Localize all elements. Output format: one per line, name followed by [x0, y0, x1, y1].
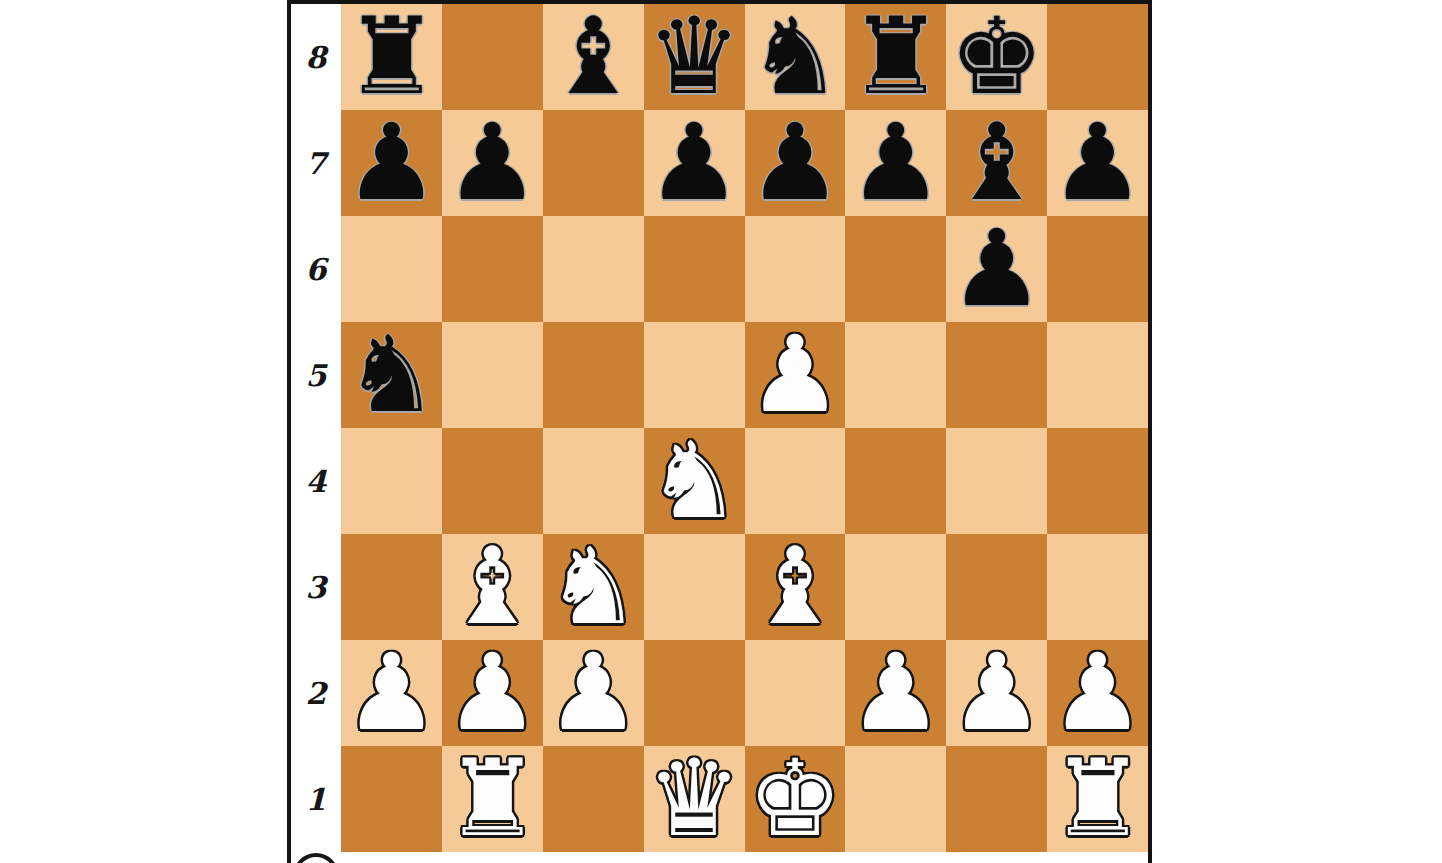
square-b5[interactable] — [442, 322, 543, 428]
square-f3[interactable] — [845, 534, 946, 640]
square-c4[interactable] — [543, 428, 644, 534]
square-d1[interactable]: ♛ — [644, 746, 745, 852]
square-a3[interactable] — [341, 534, 442, 640]
square-b4[interactable] — [442, 428, 543, 534]
square-c2[interactable]: ♟ — [543, 640, 644, 746]
square-d5[interactable] — [644, 322, 745, 428]
white-to-move-indicator — [293, 853, 339, 863]
square-h4[interactable] — [1047, 428, 1148, 534]
square-f1[interactable] — [845, 746, 946, 852]
square-c1[interactable] — [543, 746, 644, 852]
piece-white-pawn[interactable]: ♟ — [1050, 640, 1145, 746]
square-e3[interactable]: ♝ — [745, 534, 846, 640]
square-e4[interactable] — [745, 428, 846, 534]
file-label-f: f — [845, 852, 946, 863]
square-c6[interactable] — [543, 216, 644, 322]
piece-black-pawn[interactable]: ♟ — [747, 110, 842, 216]
piece-white-knight[interactable]: ♞ — [647, 428, 742, 534]
square-f8[interactable]: ♜ — [845, 4, 946, 110]
square-b2[interactable]: ♟ — [442, 640, 543, 746]
square-d2[interactable] — [644, 640, 745, 746]
square-c5[interactable] — [543, 322, 644, 428]
square-a2[interactable]: ♟ — [341, 640, 442, 746]
square-d7[interactable]: ♟ — [644, 110, 745, 216]
piece-black-pawn[interactable]: ♟ — [344, 110, 439, 216]
piece-white-knight[interactable]: ♞ — [546, 534, 641, 640]
file-label-b: b — [442, 852, 543, 863]
square-d8[interactable]: ♛ — [644, 4, 745, 110]
square-g1[interactable] — [946, 746, 1047, 852]
square-h7[interactable]: ♟ — [1047, 110, 1148, 216]
square-a6[interactable] — [341, 216, 442, 322]
piece-white-pawn[interactable]: ♟ — [949, 640, 1044, 746]
square-b8[interactable] — [442, 4, 543, 110]
piece-white-pawn[interactable]: ♟ — [445, 640, 540, 746]
square-g7[interactable]: ♝ — [946, 110, 1047, 216]
file-label-e: e — [745, 852, 846, 863]
file-label-h: h — [1047, 852, 1148, 863]
piece-white-pawn[interactable]: ♟ — [344, 640, 439, 746]
square-e2[interactable] — [745, 640, 846, 746]
square-e7[interactable]: ♟ — [745, 110, 846, 216]
piece-black-rook[interactable]: ♜ — [344, 4, 439, 110]
piece-white-rook[interactable]: ♜ — [1050, 746, 1145, 852]
square-h6[interactable] — [1047, 216, 1148, 322]
square-h2[interactable]: ♟ — [1047, 640, 1148, 746]
square-f2[interactable]: ♟ — [845, 640, 946, 746]
rank-label-8: 8 — [291, 4, 341, 110]
rank-label-7: 7 — [291, 110, 341, 216]
chess-diagram: 8♜♝♛♞♜♚7♟♟♟♟♟♝♟6♟5♞♟4♞3♝♞♝2♟♟♟♟♟♟1♜♛♚♜ab… — [287, 0, 1152, 863]
square-e8[interactable]: ♞ — [745, 4, 846, 110]
square-b3[interactable]: ♝ — [442, 534, 543, 640]
square-b1[interactable]: ♜ — [442, 746, 543, 852]
piece-white-bishop[interactable]: ♝ — [747, 534, 842, 640]
file-label-g: g — [946, 852, 1047, 863]
square-f7[interactable]: ♟ — [845, 110, 946, 216]
rank-label-2: 2 — [291, 640, 341, 746]
piece-black-pawn[interactable]: ♟ — [445, 110, 540, 216]
square-a4[interactable] — [341, 428, 442, 534]
piece-black-pawn[interactable]: ♟ — [848, 110, 943, 216]
square-c8[interactable]: ♝ — [543, 4, 644, 110]
piece-black-knight[interactable]: ♞ — [344, 322, 439, 428]
square-a1[interactable] — [341, 746, 442, 852]
piece-white-king[interactable]: ♚ — [747, 746, 842, 852]
square-a8[interactable]: ♜ — [341, 4, 442, 110]
square-c3[interactable]: ♞ — [543, 534, 644, 640]
square-g8[interactable]: ♚ — [946, 4, 1047, 110]
square-e6[interactable] — [745, 216, 846, 322]
square-a5[interactable]: ♞ — [341, 322, 442, 428]
square-g5[interactable] — [946, 322, 1047, 428]
rank-label-4: 4 — [291, 428, 341, 534]
piece-white-pawn[interactable]: ♟ — [546, 640, 641, 746]
rank-label-3: 3 — [291, 534, 341, 640]
square-h3[interactable] — [1047, 534, 1148, 640]
piece-white-queen[interactable]: ♛ — [647, 746, 742, 852]
file-label-c: c — [543, 852, 644, 863]
square-f5[interactable] — [845, 322, 946, 428]
piece-black-pawn[interactable]: ♟ — [949, 216, 1044, 322]
square-f6[interactable] — [845, 216, 946, 322]
square-a7[interactable]: ♟ — [341, 110, 442, 216]
square-g2[interactable]: ♟ — [946, 640, 1047, 746]
square-h8[interactable] — [1047, 4, 1148, 110]
square-g4[interactable] — [946, 428, 1047, 534]
file-label-d: d — [644, 852, 745, 863]
piece-black-knight[interactable]: ♞ — [747, 4, 842, 110]
piece-white-pawn[interactable]: ♟ — [747, 322, 842, 428]
piece-black-rook[interactable]: ♜ — [848, 4, 943, 110]
file-label-a: a — [341, 852, 442, 863]
piece-black-queen[interactable]: ♛ — [647, 4, 742, 110]
piece-black-bishop[interactable]: ♝ — [546, 4, 641, 110]
square-e1[interactable]: ♚ — [745, 746, 846, 852]
rank-label-5: 5 — [291, 322, 341, 428]
square-g6[interactable]: ♟ — [946, 216, 1047, 322]
rank-label-1: 1 — [291, 746, 341, 852]
piece-black-bishop[interactable]: ♝ — [949, 110, 1044, 216]
piece-black-pawn[interactable]: ♟ — [647, 110, 742, 216]
square-g3[interactable] — [946, 534, 1047, 640]
piece-white-bishop[interactable]: ♝ — [445, 534, 540, 640]
piece-white-pawn[interactable]: ♟ — [848, 640, 943, 746]
square-d4[interactable]: ♞ — [644, 428, 745, 534]
square-d3[interactable] — [644, 534, 745, 640]
piece-black-king[interactable]: ♚ — [949, 4, 1044, 110]
piece-black-pawn[interactable]: ♟ — [1050, 110, 1145, 216]
square-f4[interactable] — [845, 428, 946, 534]
square-h5[interactable] — [1047, 322, 1148, 428]
piece-white-rook[interactable]: ♜ — [445, 746, 540, 852]
square-e5[interactable]: ♟ — [745, 322, 846, 428]
square-b6[interactable] — [442, 216, 543, 322]
side-to-move-cell — [291, 852, 341, 863]
square-h1[interactable]: ♜ — [1047, 746, 1148, 852]
square-d6[interactable] — [644, 216, 745, 322]
square-c7[interactable] — [543, 110, 644, 216]
rank-label-6: 6 — [291, 216, 341, 322]
square-b7[interactable]: ♟ — [442, 110, 543, 216]
